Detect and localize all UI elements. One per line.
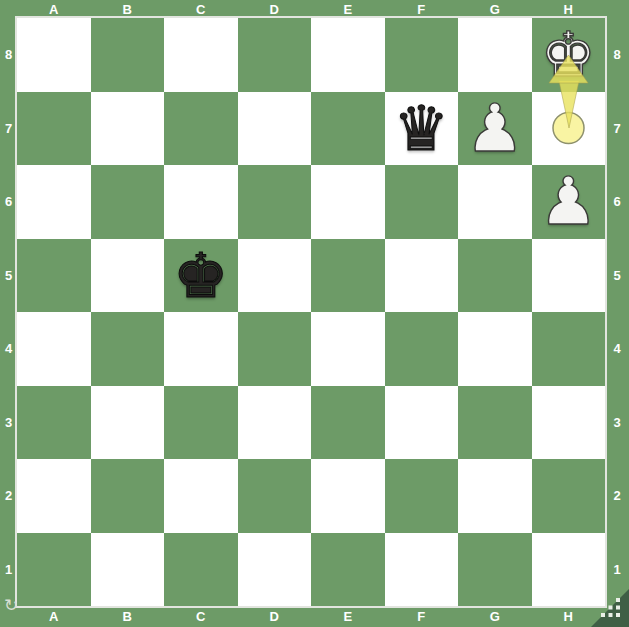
square-c7[interactable] bbox=[164, 92, 238, 166]
square-f2[interactable] bbox=[385, 459, 459, 533]
square-e1[interactable] bbox=[311, 533, 385, 607]
piece-white-pawn-g7[interactable]: ♟ bbox=[465, 92, 524, 165]
square-e7[interactable] bbox=[311, 92, 385, 166]
square-a1[interactable] bbox=[17, 533, 91, 607]
square-c3[interactable] bbox=[164, 386, 238, 460]
square-h3[interactable] bbox=[532, 386, 606, 460]
square-d8[interactable] bbox=[238, 18, 312, 92]
square-g1[interactable] bbox=[458, 533, 532, 607]
rank-label-left-2: 2 bbox=[0, 459, 17, 533]
rank-label-right-8: 8 bbox=[605, 18, 629, 92]
file-label-top-h: H bbox=[532, 0, 606, 18]
square-d2[interactable] bbox=[238, 459, 312, 533]
square-g5[interactable] bbox=[458, 239, 532, 313]
square-f1[interactable] bbox=[385, 533, 459, 607]
rank-label-left-7: 7 bbox=[0, 92, 17, 166]
square-a3[interactable] bbox=[17, 386, 91, 460]
square-h6[interactable]: ♟ bbox=[532, 165, 606, 239]
square-a7[interactable] bbox=[17, 92, 91, 166]
square-a5[interactable] bbox=[17, 239, 91, 313]
file-labels-top: ABCDEFGH bbox=[17, 0, 605, 18]
piece-white-king-h8[interactable]: ♚ bbox=[540, 18, 596, 91]
rank-label-right-7: 7 bbox=[605, 92, 629, 166]
chess-board-frame: ABCDEFGH ABCDEFGH 87654321 87654321 ♚♛♟♟… bbox=[0, 0, 629, 627]
rank-label-left-3: 3 bbox=[0, 386, 17, 460]
square-b1[interactable] bbox=[91, 533, 165, 607]
square-c8[interactable] bbox=[164, 18, 238, 92]
file-label-bottom-g: G bbox=[458, 606, 532, 627]
square-b7[interactable] bbox=[91, 92, 165, 166]
square-e6[interactable] bbox=[311, 165, 385, 239]
square-d1[interactable] bbox=[238, 533, 312, 607]
file-label-top-c: C bbox=[164, 0, 238, 18]
square-b4[interactable] bbox=[91, 312, 165, 386]
square-d7[interactable] bbox=[238, 92, 312, 166]
file-label-top-g: G bbox=[458, 0, 532, 18]
square-d5[interactable] bbox=[238, 239, 312, 313]
file-label-bottom-c: C bbox=[164, 606, 238, 627]
square-c4[interactable] bbox=[164, 312, 238, 386]
square-g4[interactable] bbox=[458, 312, 532, 386]
square-c2[interactable] bbox=[164, 459, 238, 533]
square-c1[interactable] bbox=[164, 533, 238, 607]
resize-grip[interactable] bbox=[589, 587, 629, 627]
square-e8[interactable] bbox=[311, 18, 385, 92]
square-b3[interactable] bbox=[91, 386, 165, 460]
square-c5[interactable]: ♚ bbox=[164, 239, 238, 313]
square-d4[interactable] bbox=[238, 312, 312, 386]
square-a8[interactable] bbox=[17, 18, 91, 92]
rank-labels-right: 87654321 bbox=[605, 18, 629, 606]
square-f4[interactable] bbox=[385, 312, 459, 386]
rank-label-right-6: 6 bbox=[605, 165, 629, 239]
file-label-top-a: A bbox=[17, 0, 91, 18]
rank-label-right-4: 4 bbox=[605, 312, 629, 386]
file-labels-bottom: ABCDEFGH bbox=[17, 606, 605, 627]
rank-label-right-5: 5 bbox=[605, 239, 629, 313]
square-d3[interactable] bbox=[238, 386, 312, 460]
square-h7[interactable] bbox=[532, 92, 606, 166]
square-a4[interactable] bbox=[17, 312, 91, 386]
square-b8[interactable] bbox=[91, 18, 165, 92]
square-g8[interactable] bbox=[458, 18, 532, 92]
piece-black-king-c5[interactable]: ♚ bbox=[173, 239, 229, 312]
square-a6[interactable] bbox=[17, 165, 91, 239]
square-h2[interactable] bbox=[532, 459, 606, 533]
resize-grip-dots bbox=[601, 598, 620, 617]
file-label-top-f: F bbox=[385, 0, 459, 18]
rank-label-left-5: 5 bbox=[0, 239, 17, 313]
file-label-bottom-d: D bbox=[238, 606, 312, 627]
square-e2[interactable] bbox=[311, 459, 385, 533]
rank-label-right-2: 2 bbox=[605, 459, 629, 533]
square-a2[interactable] bbox=[17, 459, 91, 533]
square-c6[interactable] bbox=[164, 165, 238, 239]
piece-black-queen-f7[interactable]: ♛ bbox=[393, 92, 449, 165]
square-h5[interactable] bbox=[532, 239, 606, 313]
square-b6[interactable] bbox=[91, 165, 165, 239]
file-label-top-e: E bbox=[311, 0, 385, 18]
rank-label-left-8: 8 bbox=[0, 18, 17, 92]
square-f7[interactable]: ♛ bbox=[385, 92, 459, 166]
square-f6[interactable] bbox=[385, 165, 459, 239]
square-h4[interactable] bbox=[532, 312, 606, 386]
board-grid: ♚♛♟♟♚ bbox=[17, 18, 605, 606]
rank-label-right-3: 3 bbox=[605, 386, 629, 460]
square-f3[interactable] bbox=[385, 386, 459, 460]
square-g2[interactable] bbox=[458, 459, 532, 533]
file-label-top-b: B bbox=[91, 0, 165, 18]
square-g7[interactable]: ♟ bbox=[458, 92, 532, 166]
rank-label-left-6: 6 bbox=[0, 165, 17, 239]
square-h8[interactable]: ♚ bbox=[532, 18, 606, 92]
square-b5[interactable] bbox=[91, 239, 165, 313]
file-label-bottom-a: A bbox=[17, 606, 91, 627]
square-g6[interactable] bbox=[458, 165, 532, 239]
piece-white-pawn-h6[interactable]: ♟ bbox=[539, 165, 598, 238]
file-label-top-d: D bbox=[238, 0, 312, 18]
rank-labels-left: 87654321 bbox=[0, 18, 17, 606]
square-f5[interactable] bbox=[385, 239, 459, 313]
square-e5[interactable] bbox=[311, 239, 385, 313]
square-e4[interactable] bbox=[311, 312, 385, 386]
square-f8[interactable] bbox=[385, 18, 459, 92]
square-g3[interactable] bbox=[458, 386, 532, 460]
flip-board-icon[interactable]: ↻ bbox=[2, 595, 20, 615]
file-label-bottom-b: B bbox=[91, 606, 165, 627]
square-d6[interactable] bbox=[238, 165, 312, 239]
square-e3[interactable] bbox=[311, 386, 385, 460]
file-label-bottom-f: F bbox=[385, 606, 459, 627]
file-label-bottom-e: E bbox=[311, 606, 385, 627]
square-b2[interactable] bbox=[91, 459, 165, 533]
rank-label-left-4: 4 bbox=[0, 312, 17, 386]
